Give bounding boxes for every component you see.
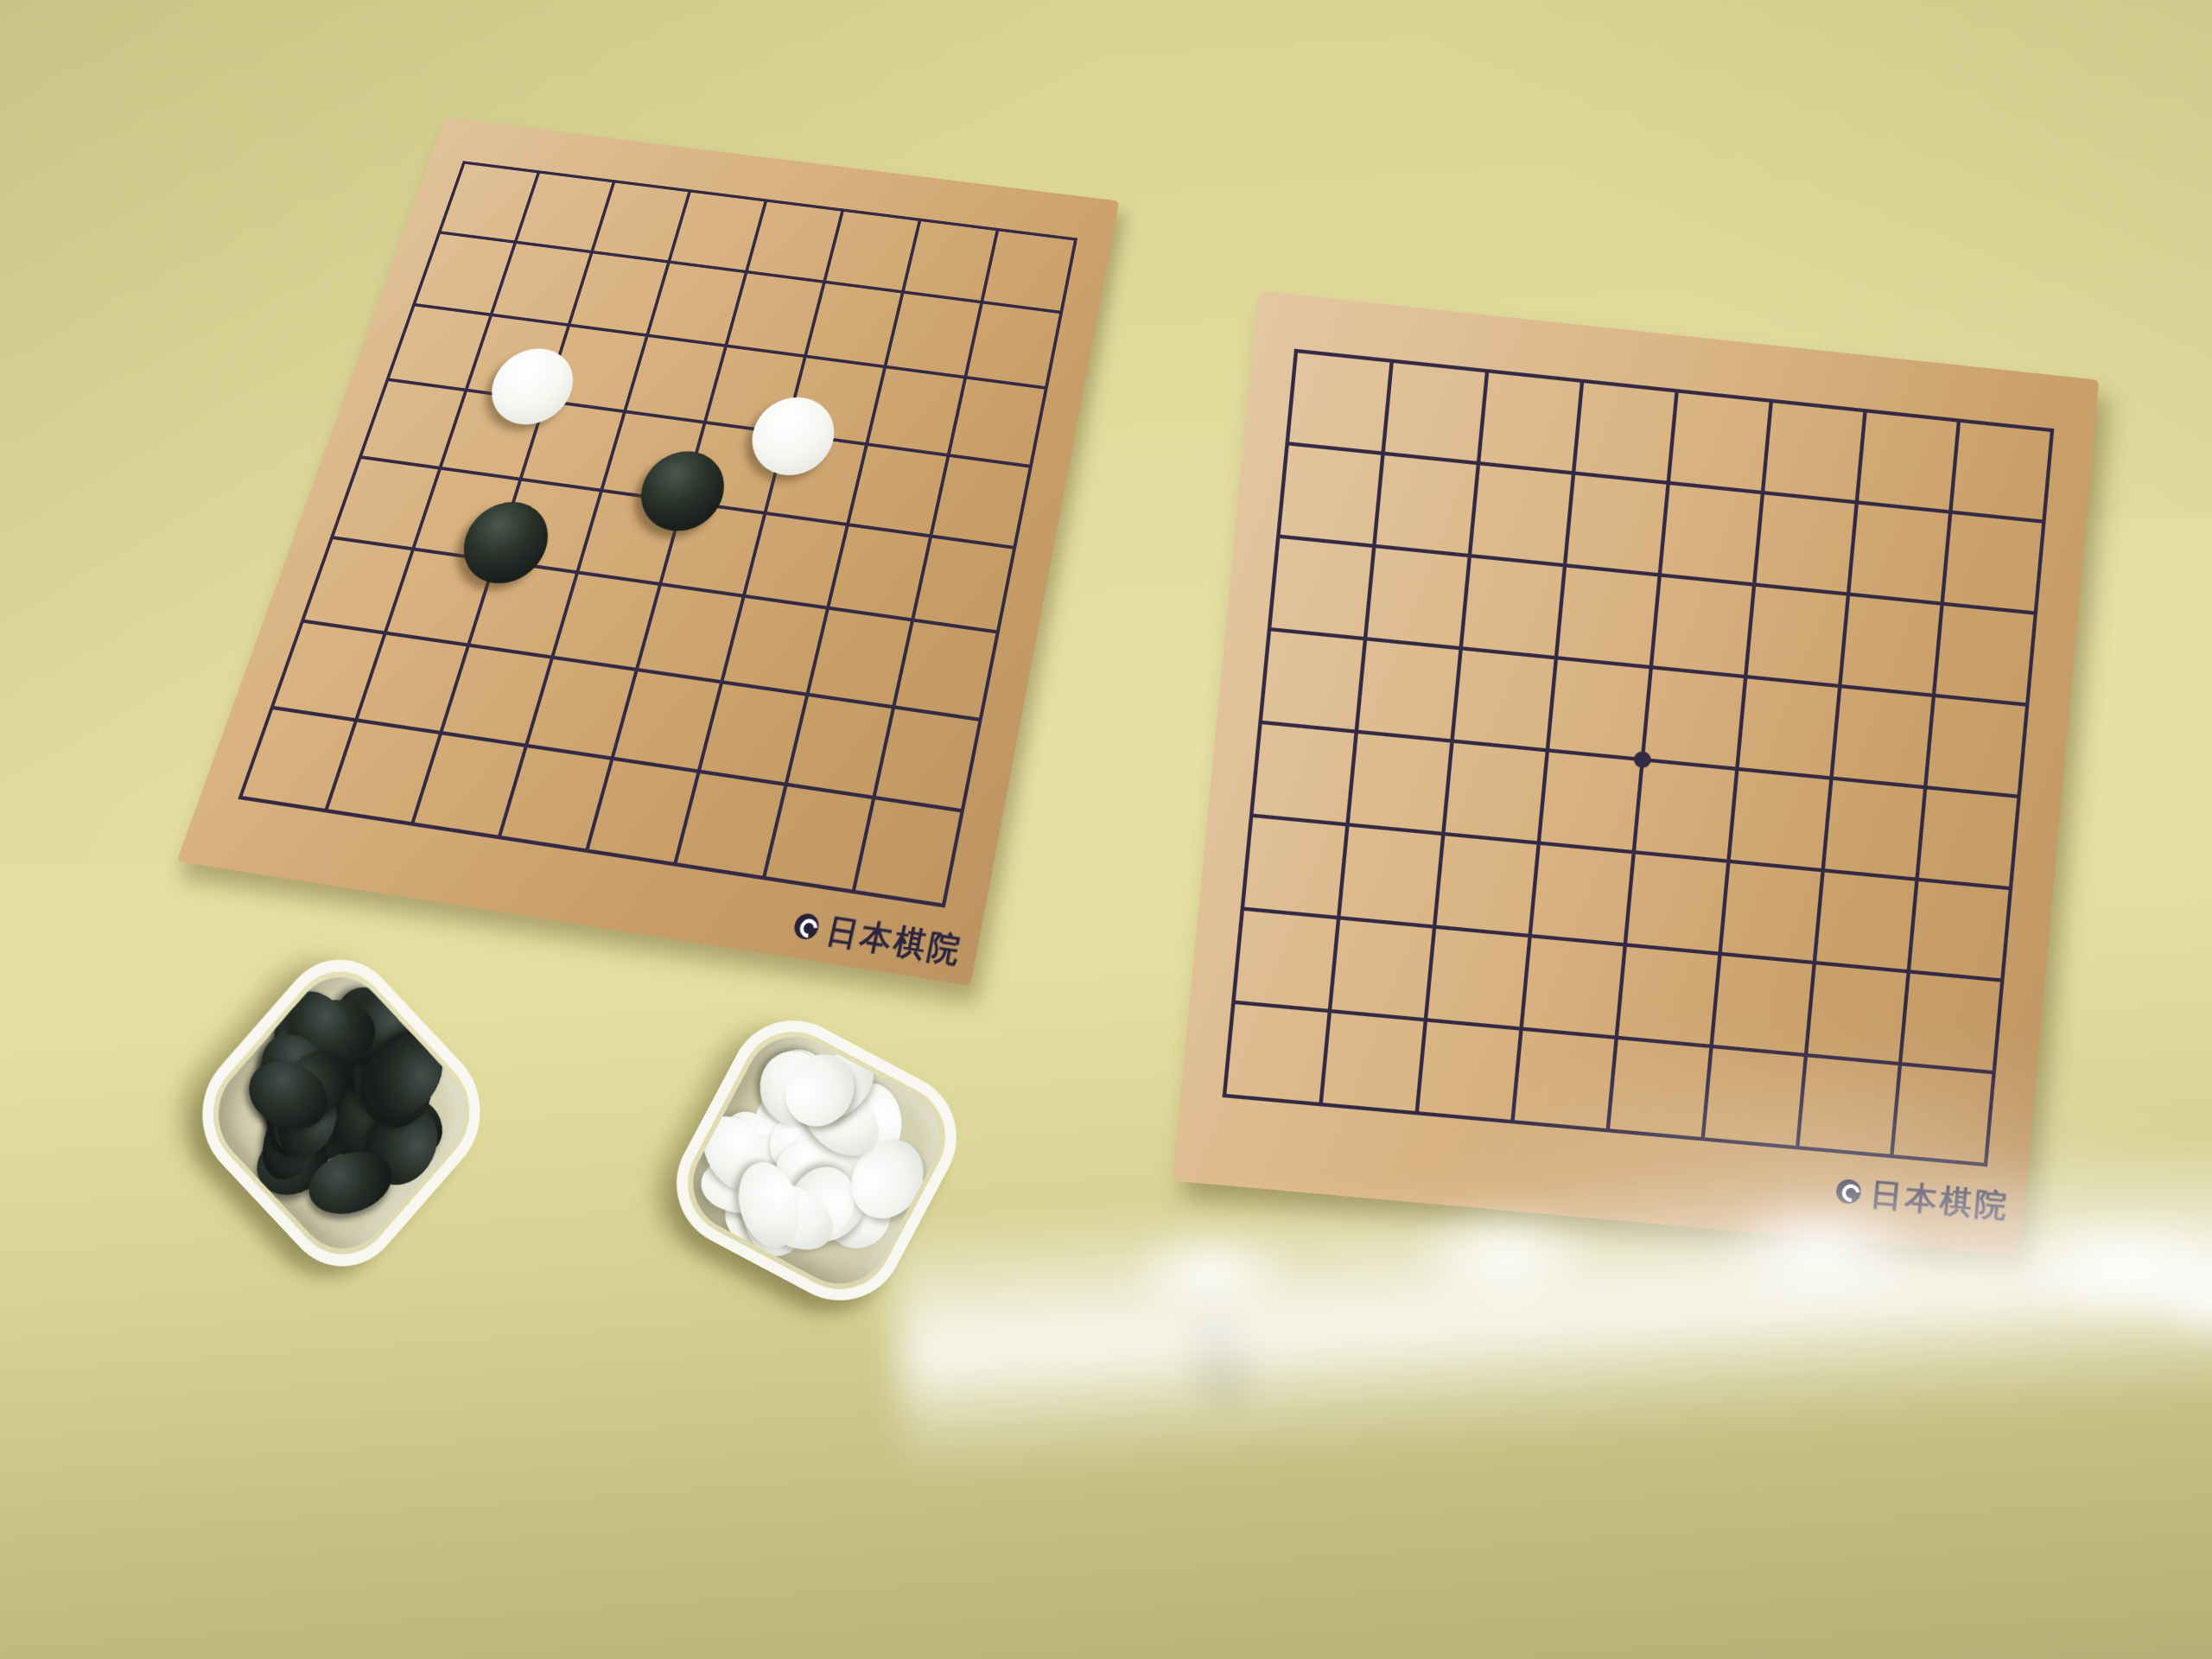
go-stone-white-C6[interactable] [481, 344, 582, 429]
board-stones-layer [240, 162, 1076, 906]
nihon-kiin-logo-text: 日本棋院 [823, 913, 965, 968]
reflection-highlight [1365, 1184, 1642, 1331]
black-stone-tray[interactable] [177, 931, 505, 1294]
black-stone-tray-interior [200, 957, 484, 1270]
nihon-kiin-logo-icon [791, 912, 821, 942]
reflection-highlight [1089, 1210, 1331, 1339]
go-stone-black-E5[interactable] [632, 447, 734, 537]
go-stone-black-C4[interactable] [453, 497, 558, 588]
go-board-left[interactable]: 日本棋院 [240, 162, 1076, 906]
reflection-highlight [1668, 1175, 1970, 1326]
go-stone-white-F6[interactable] [743, 392, 842, 480]
photo-scene: 日本棋院 日本棋院 [0, 0, 2212, 1659]
